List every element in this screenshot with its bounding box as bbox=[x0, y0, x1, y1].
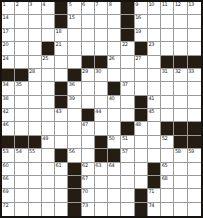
black-cell bbox=[68, 163, 81, 176]
black-cell bbox=[174, 136, 187, 149]
grid-cell[interactable]: 67 bbox=[82, 176, 95, 189]
clue-number: 19 bbox=[135, 29, 141, 34]
grid-cell[interactable] bbox=[148, 56, 161, 69]
grid-cell[interactable] bbox=[15, 203, 28, 216]
grid-cell[interactable]: 6 bbox=[82, 2, 95, 15]
black-cell bbox=[55, 96, 68, 109]
grid-cell[interactable]: 23 bbox=[148, 42, 161, 55]
grid-cell[interactable]: 25 bbox=[42, 56, 55, 69]
black-cell bbox=[68, 203, 81, 216]
grid-cell[interactable] bbox=[148, 29, 161, 42]
grid-cell[interactable]: 12 bbox=[174, 2, 187, 15]
grid-cell[interactable] bbox=[68, 56, 81, 69]
grid-cell[interactable] bbox=[161, 96, 174, 109]
grid-cell[interactable]: 74 bbox=[148, 203, 161, 216]
clue-number: 31 bbox=[162, 69, 168, 74]
clue-number: 62 bbox=[82, 163, 88, 168]
grid-cell[interactable] bbox=[121, 189, 134, 202]
grid-cell[interactable]: 52 bbox=[161, 136, 174, 149]
clue-number: 8 bbox=[109, 2, 112, 7]
grid-cell[interactable] bbox=[188, 163, 201, 176]
grid-cell[interactable] bbox=[121, 203, 134, 216]
grid-cell[interactable]: 7 bbox=[95, 2, 108, 15]
clue-number: 38 bbox=[3, 96, 9, 101]
grid-cell[interactable]: 53 bbox=[2, 149, 15, 162]
grid-cell[interactable] bbox=[148, 122, 161, 135]
grid-cell[interactable]: 18 bbox=[55, 29, 68, 42]
clue-number: 5 bbox=[69, 2, 72, 7]
grid-cell[interactable]: 15 bbox=[68, 15, 81, 28]
grid-cell[interactable]: 59 bbox=[188, 149, 201, 162]
black-cell bbox=[108, 82, 121, 95]
grid-cell[interactable] bbox=[95, 122, 108, 135]
grid-cell[interactable]: 60 bbox=[2, 163, 15, 176]
grid-cell[interactable] bbox=[95, 82, 108, 95]
clue-number: 48 bbox=[135, 122, 141, 127]
clue-number: 29 bbox=[82, 69, 88, 74]
black-cell bbox=[161, 56, 174, 69]
grid-cell[interactable]: 69 bbox=[2, 189, 15, 202]
clue-number: 67 bbox=[82, 176, 88, 181]
grid-cell[interactable] bbox=[55, 176, 68, 189]
grid-cell[interactable]: 22 bbox=[121, 42, 134, 55]
clue-number: 11 bbox=[162, 2, 168, 7]
grid-cell[interactable]: 26 bbox=[108, 56, 121, 69]
grid-cell[interactable] bbox=[148, 136, 161, 149]
grid-cell[interactable] bbox=[148, 15, 161, 28]
clue-number: 47 bbox=[82, 122, 88, 127]
grid-cell[interactable] bbox=[148, 82, 161, 95]
black-cell bbox=[68, 176, 81, 189]
grid-cell[interactable]: 1 bbox=[2, 2, 15, 15]
grid-cell[interactable] bbox=[148, 149, 161, 162]
clue-number: 73 bbox=[82, 203, 88, 208]
black-cell bbox=[42, 42, 55, 55]
grid-cell[interactable]: 47 bbox=[82, 122, 95, 135]
grid-cell[interactable] bbox=[95, 15, 108, 28]
grid-cell[interactable] bbox=[161, 15, 174, 28]
grid-cell[interactable] bbox=[15, 163, 28, 176]
clue-number: 45 bbox=[148, 109, 154, 114]
grid-cell[interactable] bbox=[15, 96, 28, 109]
black-cell bbox=[188, 136, 201, 149]
grid-cell[interactable] bbox=[188, 176, 201, 189]
grid-cell[interactable]: 13 bbox=[188, 2, 201, 15]
grid-cell[interactable] bbox=[108, 189, 121, 202]
grid-cell[interactable]: 31 bbox=[161, 69, 174, 82]
clue-number: 36 bbox=[69, 82, 75, 87]
grid-cell[interactable] bbox=[29, 15, 42, 28]
clue-number: 70 bbox=[82, 189, 88, 194]
clue-number: 53 bbox=[3, 149, 9, 154]
grid-cell[interactable] bbox=[82, 15, 95, 28]
grid-cell[interactable]: 58 bbox=[174, 149, 187, 162]
black-cell bbox=[135, 189, 148, 202]
grid-cell[interactable]: 73 bbox=[82, 203, 95, 216]
grid-cell[interactable] bbox=[29, 82, 42, 95]
grid-cell[interactable] bbox=[68, 109, 81, 122]
grid-cell[interactable]: 49 bbox=[42, 136, 55, 149]
grid-cell[interactable]: 61 bbox=[55, 163, 68, 176]
black-cell bbox=[121, 29, 134, 42]
grid-cell[interactable] bbox=[135, 69, 148, 82]
clue-number: 40 bbox=[109, 96, 115, 101]
grid-cell[interactable] bbox=[121, 69, 134, 82]
clue-number: 64 bbox=[109, 163, 115, 168]
black-cell bbox=[15, 69, 28, 82]
grid-cell[interactable] bbox=[174, 82, 187, 95]
clue-number: 26 bbox=[109, 56, 115, 61]
grid-cell[interactable]: 14 bbox=[2, 15, 15, 28]
grid-cell[interactable] bbox=[161, 203, 174, 216]
grid-cell[interactable] bbox=[82, 42, 95, 55]
grid-cell[interactable] bbox=[42, 82, 55, 95]
clue-number: 34 bbox=[3, 82, 9, 87]
clue-number: 49 bbox=[42, 136, 48, 141]
grid-cell[interactable] bbox=[121, 176, 134, 189]
grid-cell[interactable]: 2 bbox=[15, 2, 28, 15]
black-cell bbox=[29, 136, 42, 149]
grid-cell[interactable]: 45 bbox=[148, 109, 161, 122]
grid-cell[interactable]: 39 bbox=[68, 96, 81, 109]
grid-cell[interactable] bbox=[174, 29, 187, 42]
grid-cell[interactable]: 27 bbox=[135, 56, 148, 69]
clue-number: 30 bbox=[95, 69, 101, 74]
grid-cell[interactable] bbox=[161, 42, 174, 55]
grid-cell[interactable] bbox=[55, 203, 68, 216]
clue-number: 17 bbox=[3, 29, 9, 34]
grid-cell[interactable] bbox=[55, 56, 68, 69]
clue-number: 37 bbox=[122, 82, 128, 87]
clue-number: 15 bbox=[69, 15, 75, 20]
grid-cell[interactable]: 16 bbox=[135, 15, 148, 28]
grid-cell[interactable]: 35 bbox=[15, 82, 28, 95]
grid-cell[interactable] bbox=[174, 15, 187, 28]
grid-cell[interactable] bbox=[15, 109, 28, 122]
grid-cell[interactable] bbox=[95, 42, 108, 55]
grid-cell[interactable] bbox=[82, 29, 95, 42]
grid-cell[interactable] bbox=[42, 69, 55, 82]
grid-cell[interactable] bbox=[42, 189, 55, 202]
grid-cell[interactable]: 33 bbox=[188, 69, 201, 82]
black-cell bbox=[135, 96, 148, 109]
grid-cell[interactable] bbox=[68, 42, 81, 55]
grid-cell[interactable]: 66 bbox=[2, 176, 15, 189]
grid-cell[interactable] bbox=[135, 136, 148, 149]
black-cell bbox=[188, 122, 201, 135]
clue-number: 61 bbox=[56, 163, 62, 168]
grid-cell[interactable] bbox=[95, 96, 108, 109]
grid-cell[interactable] bbox=[15, 15, 28, 28]
grid-cell[interactable]: 4 bbox=[42, 2, 55, 15]
black-cell bbox=[55, 149, 68, 162]
clue-number: 10 bbox=[148, 2, 154, 7]
clue-number: 68 bbox=[162, 176, 168, 181]
grid-cell[interactable] bbox=[68, 122, 81, 135]
clue-number: 25 bbox=[42, 56, 48, 61]
grid-cell[interactable]: 46 bbox=[2, 122, 15, 135]
clue-number: 55 bbox=[29, 149, 35, 154]
grid-cell[interactable]: 50 bbox=[108, 136, 121, 149]
clue-number: 51 bbox=[122, 136, 128, 141]
grid-cell[interactable] bbox=[42, 15, 55, 28]
clue-number: 2 bbox=[16, 2, 19, 7]
grid-cell[interactable] bbox=[42, 176, 55, 189]
grid-cell[interactable] bbox=[108, 42, 121, 55]
grid-cell[interactable] bbox=[174, 189, 187, 202]
clue-number: 33 bbox=[188, 69, 194, 74]
grid-cell[interactable] bbox=[95, 203, 108, 216]
black-cell bbox=[188, 56, 201, 69]
grid-cell[interactable] bbox=[15, 56, 28, 69]
clue-number: 41 bbox=[148, 96, 154, 101]
black-cell bbox=[174, 56, 187, 69]
clue-number: 46 bbox=[3, 122, 9, 127]
clue-number: 50 bbox=[109, 136, 115, 141]
grid-cell[interactable] bbox=[55, 136, 68, 149]
grid-cell[interactable] bbox=[42, 203, 55, 216]
grid-cell[interactable] bbox=[82, 96, 95, 109]
grid-cell[interactable] bbox=[108, 69, 121, 82]
grid-cell[interactable]: 65 bbox=[161, 163, 174, 176]
grid-cell[interactable] bbox=[42, 163, 55, 176]
black-cell bbox=[82, 109, 95, 122]
grid-cell[interactable]: 38 bbox=[2, 96, 15, 109]
grid-cell[interactable]: 43 bbox=[55, 109, 68, 122]
grid-cell[interactable] bbox=[82, 136, 95, 149]
grid-cell[interactable] bbox=[188, 29, 201, 42]
grid-cell[interactable] bbox=[188, 109, 201, 122]
clue-number: 13 bbox=[188, 2, 194, 7]
black-cell bbox=[55, 2, 68, 15]
grid-cell[interactable] bbox=[15, 122, 28, 135]
grid-cell[interactable] bbox=[188, 189, 201, 202]
clue-number: 27 bbox=[135, 56, 141, 61]
grid-cell[interactable] bbox=[42, 149, 55, 162]
grid-cell[interactable] bbox=[108, 29, 121, 42]
grid-cell[interactable]: 21 bbox=[55, 42, 68, 55]
grid-cell[interactable] bbox=[15, 189, 28, 202]
clue-number: 7 bbox=[95, 2, 98, 7]
clue-number: 52 bbox=[162, 136, 168, 141]
grid-cell[interactable]: 57 bbox=[121, 149, 134, 162]
grid-cell[interactable]: 11 bbox=[161, 2, 174, 15]
clue-number: 6 bbox=[82, 2, 85, 7]
clue-number: 16 bbox=[135, 15, 141, 20]
black-cell bbox=[148, 176, 161, 189]
grid-cell[interactable]: 70 bbox=[82, 189, 95, 202]
grid-cell[interactable] bbox=[188, 42, 201, 55]
black-cell bbox=[95, 56, 108, 69]
grid-cell[interactable]: 41 bbox=[148, 96, 161, 109]
grid-cell[interactable] bbox=[108, 15, 121, 28]
grid-cell[interactable]: 9 bbox=[135, 2, 148, 15]
clue-number: 20 bbox=[3, 42, 9, 47]
grid-cell[interactable]: 44 bbox=[95, 109, 108, 122]
black-cell bbox=[108, 149, 121, 162]
grid-cell[interactable] bbox=[188, 15, 201, 28]
grid-cell[interactable] bbox=[29, 29, 42, 42]
grid-cell[interactable] bbox=[29, 122, 42, 135]
grid-cell[interactable] bbox=[161, 29, 174, 42]
clue-number: 42 bbox=[3, 109, 9, 114]
grid-cell[interactable]: 51 bbox=[121, 136, 134, 149]
grid-cell[interactable] bbox=[55, 189, 68, 202]
grid-cell[interactable] bbox=[55, 69, 68, 82]
grid-cell[interactable]: 34 bbox=[2, 82, 15, 95]
grid-cell[interactable] bbox=[42, 29, 55, 42]
grid-cell[interactable]: 72 bbox=[2, 203, 15, 216]
clue-number: 22 bbox=[122, 42, 128, 47]
grid-cell[interactable] bbox=[29, 109, 42, 122]
clue-number: 56 bbox=[69, 149, 75, 154]
black-cell bbox=[82, 56, 95, 69]
grid-cell[interactable]: 62 bbox=[82, 163, 95, 176]
grid-cell[interactable] bbox=[174, 109, 187, 122]
grid-cell[interactable]: 54 bbox=[15, 149, 28, 162]
grid-cell[interactable] bbox=[15, 42, 28, 55]
clue-number: 23 bbox=[148, 42, 154, 47]
grid-cell[interactable] bbox=[29, 96, 42, 109]
grid-cell[interactable] bbox=[108, 176, 121, 189]
grid-cell[interactable]: 36 bbox=[68, 82, 81, 95]
clue-number: 71 bbox=[148, 189, 154, 194]
grid-cell[interactable] bbox=[95, 176, 108, 189]
grid-cell[interactable] bbox=[108, 122, 121, 135]
grid-cell[interactable]: 30 bbox=[95, 69, 108, 82]
grid-cell[interactable] bbox=[68, 136, 81, 149]
grid-cell[interactable] bbox=[108, 109, 121, 122]
grid-cell[interactable]: 28 bbox=[29, 69, 42, 82]
clue-number: 60 bbox=[3, 163, 9, 168]
grid-cell[interactable] bbox=[42, 122, 55, 135]
grid-cell[interactable] bbox=[174, 163, 187, 176]
grid-cell[interactable] bbox=[161, 189, 174, 202]
grid-cell[interactable] bbox=[188, 203, 201, 216]
grid-cell[interactable] bbox=[121, 56, 134, 69]
grid-cell[interactable]: 42 bbox=[2, 109, 15, 122]
grid-cell[interactable] bbox=[82, 149, 95, 162]
clue-number: 57 bbox=[122, 149, 128, 154]
grid-cell[interactable]: 56 bbox=[68, 149, 81, 162]
clue-number: 65 bbox=[162, 163, 168, 168]
grid-cell[interactable] bbox=[15, 176, 28, 189]
clue-number: 66 bbox=[3, 176, 9, 181]
grid-cell[interactable] bbox=[135, 82, 148, 95]
grid-cell[interactable] bbox=[68, 29, 81, 42]
grid-cell[interactable]: 37 bbox=[121, 82, 134, 95]
black-cell bbox=[15, 136, 28, 149]
clue-number: 63 bbox=[95, 163, 101, 168]
black-cell bbox=[121, 2, 134, 15]
grid-cell[interactable]: 8 bbox=[108, 2, 121, 15]
clue-number: 72 bbox=[3, 203, 9, 208]
crossword-puzzle: 1234567891011121314151617181920212223242… bbox=[0, 0, 203, 218]
grid-cell[interactable] bbox=[148, 69, 161, 82]
grid-cell[interactable] bbox=[174, 96, 187, 109]
grid-cell[interactable] bbox=[121, 163, 134, 176]
clue-number: 14 bbox=[3, 15, 9, 20]
grid-cell[interactable] bbox=[135, 149, 148, 162]
grid-cell[interactable] bbox=[95, 189, 108, 202]
grid-cell[interactable] bbox=[174, 203, 187, 216]
grid-cell[interactable] bbox=[95, 29, 108, 42]
grid-cell[interactable] bbox=[161, 149, 174, 162]
grid-cell[interactable]: 32 bbox=[174, 69, 187, 82]
grid-cell[interactable] bbox=[174, 42, 187, 55]
black-cell bbox=[55, 15, 68, 28]
black-cell bbox=[121, 15, 134, 28]
grid-cell[interactable] bbox=[15, 29, 28, 42]
grid-cell[interactable] bbox=[55, 122, 68, 135]
clue-number: 21 bbox=[56, 42, 62, 47]
clue-number: 18 bbox=[56, 29, 62, 34]
grid-cell[interactable] bbox=[108, 203, 121, 216]
grid-cell[interactable]: 64 bbox=[108, 163, 121, 176]
black-cell bbox=[55, 82, 68, 95]
grid-cell[interactable] bbox=[174, 176, 187, 189]
grid-cell[interactable] bbox=[29, 163, 42, 176]
grid-cell[interactable]: 20 bbox=[2, 42, 15, 55]
grid-cell[interactable] bbox=[42, 96, 55, 109]
clue-number: 28 bbox=[29, 69, 35, 74]
clue-number: 43 bbox=[56, 109, 62, 114]
grid-cell[interactable]: 17 bbox=[2, 29, 15, 42]
black-cell bbox=[2, 69, 15, 82]
grid-cell[interactable] bbox=[82, 82, 95, 95]
grid-cell[interactable] bbox=[29, 203, 42, 216]
grid-cell[interactable] bbox=[29, 176, 42, 189]
grid-cell[interactable]: 19 bbox=[135, 29, 148, 42]
grid-cell[interactable] bbox=[135, 176, 148, 189]
grid-cell[interactable]: 48 bbox=[135, 122, 148, 135]
grid-cell[interactable] bbox=[29, 56, 42, 69]
clue-number: 3 bbox=[29, 2, 32, 7]
grid-cell[interactable]: 10 bbox=[148, 2, 161, 15]
grid-cell[interactable]: 40 bbox=[108, 96, 121, 109]
crossword-grid: 1234567891011121314151617181920212223242… bbox=[0, 0, 203, 218]
grid-cell[interactable] bbox=[29, 42, 42, 55]
grid-cell[interactable] bbox=[42, 109, 55, 122]
clue-number: 54 bbox=[16, 149, 22, 154]
black-cell bbox=[148, 163, 161, 176]
grid-cell[interactable] bbox=[121, 109, 134, 122]
grid-cell[interactable]: 24 bbox=[2, 56, 15, 69]
grid-cell[interactable]: 63 bbox=[95, 163, 108, 176]
black-cell bbox=[161, 122, 174, 135]
grid-cell[interactable] bbox=[135, 163, 148, 176]
grid-cell[interactable] bbox=[161, 109, 174, 122]
grid-cell[interactable]: 71 bbox=[148, 189, 161, 202]
clue-number: 59 bbox=[188, 149, 194, 154]
black-cell bbox=[121, 122, 134, 135]
grid-cell[interactable]: 5 bbox=[68, 2, 81, 15]
grid-cell[interactable]: 55 bbox=[29, 149, 42, 162]
grid-cell[interactable] bbox=[161, 82, 174, 95]
grid-cell[interactable] bbox=[188, 82, 201, 95]
black-cell bbox=[68, 69, 81, 82]
grid-cell[interactable] bbox=[188, 96, 201, 109]
grid-cell[interactable]: 3 bbox=[29, 2, 42, 15]
grid-cell[interactable]: 29 bbox=[82, 69, 95, 82]
clue-number: 9 bbox=[135, 2, 138, 7]
grid-cell[interactable]: 68 bbox=[161, 176, 174, 189]
black-cell bbox=[95, 149, 108, 162]
black-cell bbox=[135, 109, 148, 122]
black-cell bbox=[174, 122, 187, 135]
grid-cell[interactable] bbox=[29, 189, 42, 202]
grid-cell[interactable] bbox=[121, 96, 134, 109]
